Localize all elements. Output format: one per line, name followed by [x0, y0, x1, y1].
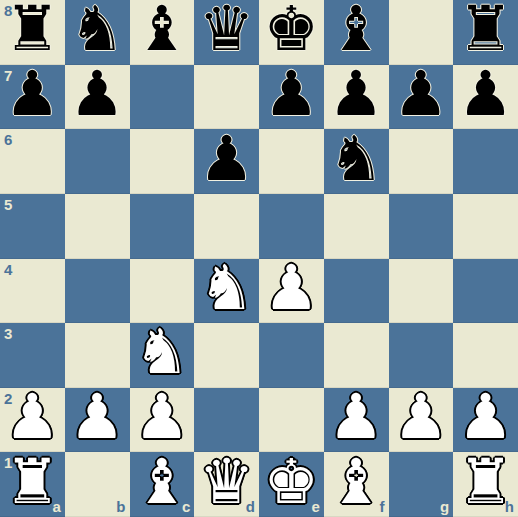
square-g1[interactable]: g: [389, 452, 454, 517]
square-e7[interactable]: ♟: [259, 65, 324, 130]
square-c5[interactable]: [130, 194, 195, 259]
file-label: b: [116, 499, 125, 514]
rank-label: 4: [4, 262, 12, 277]
square-h4[interactable]: [453, 259, 518, 324]
piece-black-pawn[interactable]: ♟: [5, 65, 61, 126]
square-g3[interactable]: [389, 323, 454, 388]
square-d5[interactable]: [194, 194, 259, 259]
square-e4[interactable]: ♟: [259, 259, 324, 324]
square-d8[interactable]: ♛: [194, 0, 259, 65]
square-c4[interactable]: [130, 259, 195, 324]
piece-white-pawn[interactable]: ♟: [5, 388, 61, 449]
square-e3[interactable]: [259, 323, 324, 388]
square-g6[interactable]: [389, 129, 454, 194]
square-c2[interactable]: ♟: [130, 388, 195, 453]
square-b3[interactable]: [65, 323, 130, 388]
square-f3[interactable]: [324, 323, 389, 388]
piece-black-king[interactable]: ♚: [264, 0, 320, 61]
file-label: g: [440, 499, 449, 514]
piece-white-queen[interactable]: ♛: [199, 452, 255, 513]
piece-white-knight[interactable]: ♞: [134, 323, 190, 384]
piece-black-pawn[interactable]: ♟: [69, 65, 125, 126]
square-e8[interactable]: ♚: [259, 0, 324, 65]
piece-black-pawn[interactable]: ♟: [264, 65, 320, 126]
piece-black-rook[interactable]: ♜: [458, 0, 514, 61]
square-b8[interactable]: ♞: [65, 0, 130, 65]
square-c6[interactable]: [130, 129, 195, 194]
piece-black-queen[interactable]: ♛: [199, 0, 255, 61]
square-b7[interactable]: ♟: [65, 65, 130, 130]
square-g2[interactable]: ♟: [389, 388, 454, 453]
square-c8[interactable]: ♝: [130, 0, 195, 65]
square-e2[interactable]: [259, 388, 324, 453]
piece-white-knight[interactable]: ♞: [199, 259, 255, 320]
square-d6[interactable]: ♟: [194, 129, 259, 194]
square-g5[interactable]: [389, 194, 454, 259]
square-h6[interactable]: [453, 129, 518, 194]
square-g8[interactable]: [389, 0, 454, 65]
square-a4[interactable]: 4: [0, 259, 65, 324]
square-a2[interactable]: 2♟: [0, 388, 65, 453]
square-h2[interactable]: ♟: [453, 388, 518, 453]
piece-black-pawn[interactable]: ♟: [393, 65, 449, 126]
square-g4[interactable]: [389, 259, 454, 324]
rank-label: 5: [4, 197, 12, 212]
piece-white-pawn[interactable]: ♟: [134, 388, 190, 449]
square-e5[interactable]: [259, 194, 324, 259]
square-d1[interactable]: d♛: [194, 452, 259, 517]
square-b4[interactable]: [65, 259, 130, 324]
piece-black-knight[interactable]: ♞: [69, 0, 125, 61]
square-d4[interactable]: ♞: [194, 259, 259, 324]
piece-black-bishop[interactable]: ♝: [328, 0, 384, 61]
rank-label: 3: [4, 326, 12, 341]
square-h5[interactable]: [453, 194, 518, 259]
square-d2[interactable]: [194, 388, 259, 453]
square-a6[interactable]: 6: [0, 129, 65, 194]
square-a3[interactable]: 3: [0, 323, 65, 388]
piece-white-rook[interactable]: ♜: [5, 452, 61, 513]
square-g7[interactable]: ♟: [389, 65, 454, 130]
square-f7[interactable]: ♟: [324, 65, 389, 130]
square-a1[interactable]: 1a♜: [0, 452, 65, 517]
square-d3[interactable]: [194, 323, 259, 388]
piece-white-pawn[interactable]: ♟: [264, 259, 320, 320]
square-c3[interactable]: ♞: [130, 323, 195, 388]
piece-white-pawn[interactable]: ♟: [458, 388, 514, 449]
piece-white-rook[interactable]: ♜: [458, 452, 514, 513]
square-b6[interactable]: [65, 129, 130, 194]
square-f4[interactable]: [324, 259, 389, 324]
square-e6[interactable]: [259, 129, 324, 194]
square-e1[interactable]: e♚: [259, 452, 324, 517]
square-b1[interactable]: b: [65, 452, 130, 517]
rank-label: 6: [4, 132, 12, 147]
piece-black-knight[interactable]: ♞: [328, 129, 384, 190]
square-a8[interactable]: 8♜: [0, 0, 65, 65]
square-b2[interactable]: ♟: [65, 388, 130, 453]
piece-white-pawn[interactable]: ♟: [393, 388, 449, 449]
square-f8[interactable]: ♝: [324, 0, 389, 65]
piece-black-pawn[interactable]: ♟: [458, 65, 514, 126]
square-f6[interactable]: ♞: [324, 129, 389, 194]
square-a5[interactable]: 5: [0, 194, 65, 259]
square-c1[interactable]: c♝: [130, 452, 195, 517]
square-c7[interactable]: [130, 65, 195, 130]
square-h8[interactable]: ♜: [453, 0, 518, 65]
piece-black-bishop[interactable]: ♝: [134, 0, 190, 61]
square-a7[interactable]: 7♟: [0, 65, 65, 130]
square-f5[interactable]: [324, 194, 389, 259]
square-f1[interactable]: f♝: [324, 452, 389, 517]
square-f2[interactable]: ♟: [324, 388, 389, 453]
piece-black-pawn[interactable]: ♟: [328, 65, 384, 126]
piece-white-king[interactable]: ♚: [264, 452, 320, 513]
piece-white-bishop[interactable]: ♝: [134, 452, 190, 513]
square-d7[interactable]: [194, 65, 259, 130]
piece-black-pawn[interactable]: ♟: [199, 129, 255, 190]
piece-white-pawn[interactable]: ♟: [69, 388, 125, 449]
square-h1[interactable]: h♜: [453, 452, 518, 517]
piece-black-rook[interactable]: ♜: [5, 0, 61, 61]
piece-white-pawn[interactable]: ♟: [328, 388, 384, 449]
chess-board: 8♜♞♝♛♚♝♜7♟♟♟♟♟♟6♟♞54♞♟3♞2♟♟♟♟♟♟1a♜bc♝d♛e…: [0, 0, 518, 517]
square-h7[interactable]: ♟: [453, 65, 518, 130]
piece-white-bishop[interactable]: ♝: [328, 452, 384, 513]
square-h3[interactable]: [453, 323, 518, 388]
square-b5[interactable]: [65, 194, 130, 259]
chess-board-wrap: 8♜♞♝♛♚♝♜7♟♟♟♟♟♟6♟♞54♞♟3♞2♟♟♟♟♟♟1a♜bc♝d♛e…: [0, 0, 518, 517]
